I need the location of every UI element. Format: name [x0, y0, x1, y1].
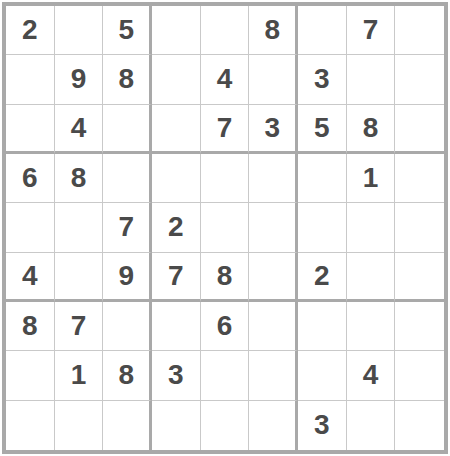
cell-r8c4[interactable]: 3: [152, 351, 201, 400]
cell-r2c9[interactable]: [395, 55, 444, 104]
cell-r9c6[interactable]: [249, 401, 298, 450]
cell-r3c3[interactable]: [103, 105, 152, 154]
cell-r6c9[interactable]: [395, 253, 444, 302]
cell-r5c2[interactable]: [55, 203, 104, 252]
cell-r4c4[interactable]: [152, 154, 201, 203]
cell-r6c5[interactable]: 8: [201, 253, 250, 302]
cell-r6c8[interactable]: [347, 253, 396, 302]
cell-r3c8[interactable]: 8: [347, 105, 396, 154]
cell-r3c2[interactable]: 4: [55, 105, 104, 154]
cell-r7c4[interactable]: [152, 302, 201, 351]
cell-r4c3[interactable]: [103, 154, 152, 203]
cell-r3c4[interactable]: [152, 105, 201, 154]
cell-r6c6[interactable]: [249, 253, 298, 302]
cell-r7c7[interactable]: [298, 302, 347, 351]
cell-r2c2[interactable]: 9: [55, 55, 104, 104]
cell-r4c6[interactable]: [249, 154, 298, 203]
cell-r1c7[interactable]: [298, 6, 347, 55]
cell-r7c2[interactable]: 7: [55, 302, 104, 351]
cell-r5c1[interactable]: [6, 203, 55, 252]
cell-r1c4[interactable]: [152, 6, 201, 55]
cell-r2c5[interactable]: 4: [201, 55, 250, 104]
cell-r7c5[interactable]: 6: [201, 302, 250, 351]
cell-r3c6[interactable]: 3: [249, 105, 298, 154]
cell-r2c4[interactable]: [152, 55, 201, 104]
cell-r4c8[interactable]: 1: [347, 154, 396, 203]
cell-r9c1[interactable]: [6, 401, 55, 450]
cell-r5c3[interactable]: 7: [103, 203, 152, 252]
cell-r8c3[interactable]: 8: [103, 351, 152, 400]
cell-r6c4[interactable]: 7: [152, 253, 201, 302]
cell-r6c2[interactable]: [55, 253, 104, 302]
cell-r1c3[interactable]: 5: [103, 6, 152, 55]
cell-r5c6[interactable]: [249, 203, 298, 252]
cell-r1c1[interactable]: 2: [6, 6, 55, 55]
cell-r7c6[interactable]: [249, 302, 298, 351]
cell-r1c8[interactable]: 7: [347, 6, 396, 55]
sudoku-board: 2587984347358681724978287618343: [2, 2, 448, 454]
cell-r3c5[interactable]: 7: [201, 105, 250, 154]
cell-r8c2[interactable]: 1: [55, 351, 104, 400]
cell-r3c1[interactable]: [6, 105, 55, 154]
cell-r2c1[interactable]: [6, 55, 55, 104]
cell-r8c1[interactable]: [6, 351, 55, 400]
cell-r8c8[interactable]: 4: [347, 351, 396, 400]
cell-r4c1[interactable]: 6: [6, 154, 55, 203]
cell-r2c8[interactable]: [347, 55, 396, 104]
cell-r7c9[interactable]: [395, 302, 444, 351]
sudoku-page: 2587984347358681724978287618343: [0, 0, 450, 456]
cell-r3c9[interactable]: [395, 105, 444, 154]
cell-r9c4[interactable]: [152, 401, 201, 450]
cell-r7c1[interactable]: 8: [6, 302, 55, 351]
cell-r3c7[interactable]: 5: [298, 105, 347, 154]
cell-r9c2[interactable]: [55, 401, 104, 450]
cell-r4c2[interactable]: 8: [55, 154, 104, 203]
cell-r7c8[interactable]: [347, 302, 396, 351]
cell-r5c8[interactable]: [347, 203, 396, 252]
cell-r5c4[interactable]: 2: [152, 203, 201, 252]
cell-r8c5[interactable]: [201, 351, 250, 400]
cell-r9c9[interactable]: [395, 401, 444, 450]
cell-r4c5[interactable]: [201, 154, 250, 203]
cell-r4c9[interactable]: [395, 154, 444, 203]
cell-r7c3[interactable]: [103, 302, 152, 351]
cell-r2c6[interactable]: [249, 55, 298, 104]
cell-r9c3[interactable]: [103, 401, 152, 450]
cell-r4c7[interactable]: [298, 154, 347, 203]
cell-r2c7[interactable]: 3: [298, 55, 347, 104]
cell-r9c7[interactable]: 3: [298, 401, 347, 450]
cell-r1c2[interactable]: [55, 6, 104, 55]
cell-r6c7[interactable]: 2: [298, 253, 347, 302]
cell-r8c7[interactable]: [298, 351, 347, 400]
cell-r6c1[interactable]: 4: [6, 253, 55, 302]
cell-r5c7[interactable]: [298, 203, 347, 252]
cell-r9c8[interactable]: [347, 401, 396, 450]
cell-r6c3[interactable]: 9: [103, 253, 152, 302]
cell-r5c9[interactable]: [395, 203, 444, 252]
cell-r8c6[interactable]: [249, 351, 298, 400]
cell-r1c5[interactable]: [201, 6, 250, 55]
cell-r9c5[interactable]: [201, 401, 250, 450]
cell-r8c9[interactable]: [395, 351, 444, 400]
cell-r5c5[interactable]: [201, 203, 250, 252]
cell-r2c3[interactable]: 8: [103, 55, 152, 104]
cell-r1c9[interactable]: [395, 6, 444, 55]
cell-r1c6[interactable]: 8: [249, 6, 298, 55]
